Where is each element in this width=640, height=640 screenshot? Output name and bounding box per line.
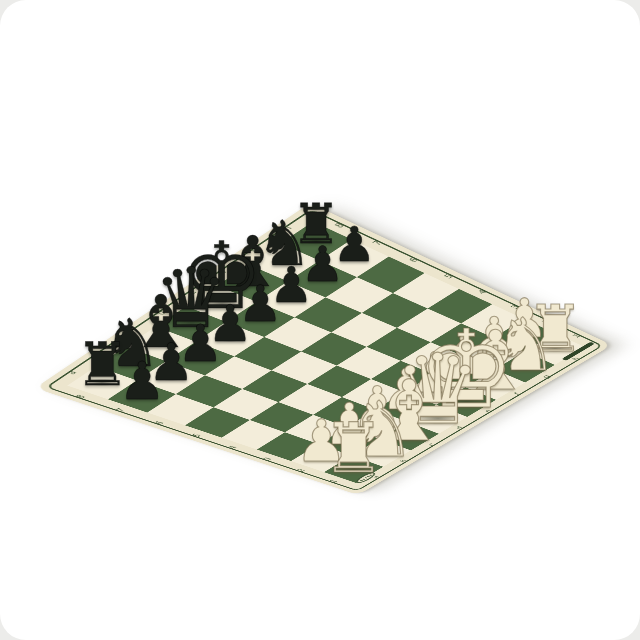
chess-board-mat: aa88bb77cc66dd55ee44ff33gg22hh11 [35, 203, 612, 495]
label-rank-3-right: 3 [510, 305, 521, 311]
label-rank-7-left: 7 [115, 408, 127, 413]
label-file-c-bottom: c [427, 443, 437, 447]
label-file-h-top: h [281, 225, 294, 232]
label-rank-5-right: 5 [443, 273, 454, 279]
label-file-f-bottom: f [513, 392, 521, 396]
label-file-d-top: d [155, 310, 168, 316]
label-rank-4-left: 4 [228, 445, 239, 450]
label-file-d-bottom: d [455, 426, 465, 431]
label-file-b-bottom: b [399, 459, 409, 463]
label-rank-5-left: 5 [191, 433, 202, 438]
label-file-b-top: b [95, 350, 108, 356]
label-file-e-top: e [186, 289, 198, 295]
label-rank-2-left: 2 [296, 468, 307, 472]
label-rank-7-right: 7 [372, 240, 384, 246]
product-photo: aa88bb77cc66dd55ee44ff33gg22hh11 ♜♞♝♛♚♝♞… [0, 0, 640, 640]
label-file-g-bottom: g [542, 374, 552, 379]
label-file-e-bottom: e [483, 409, 493, 414]
label-file-a-top: a [66, 370, 78, 375]
label-file-f-top: f [218, 269, 229, 274]
label-rank-8-right: 8 [334, 222, 346, 229]
label-rank-6-left: 6 [154, 421, 166, 426]
label-rank-4-right: 4 [477, 289, 488, 295]
label-file-c-top: c [125, 330, 137, 335]
label-rank-6-right: 6 [408, 257, 420, 263]
label-rank-3-left: 3 [262, 457, 273, 462]
label-rank-1-left: 1 [329, 479, 339, 483]
label-rank-8-left: 8 [75, 394, 87, 399]
board-grid [67, 222, 584, 483]
label-rank-1-right: 1 [572, 333, 582, 338]
label-file-g-top: g [249, 247, 262, 253]
label-rank-2-right: 2 [541, 319, 552, 324]
label-file-h-bottom: h [571, 356, 581, 361]
